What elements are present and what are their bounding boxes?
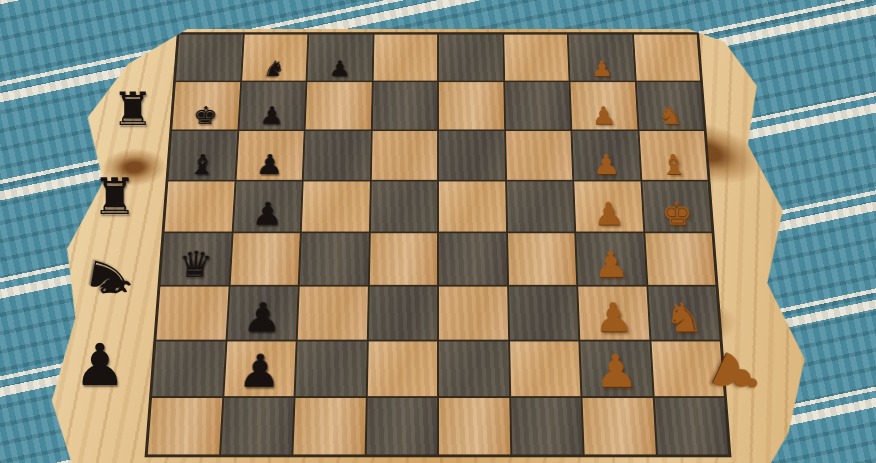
square-g7[interactable]: ♟	[239, 82, 306, 129]
square-g2[interactable]: ♟	[570, 82, 637, 129]
square-f6[interactable]	[304, 131, 371, 180]
white-pawn-g2[interactable]: ♟	[591, 104, 617, 128]
square-b4[interactable]	[439, 341, 509, 396]
square-h5[interactable]	[373, 35, 437, 81]
white-pawn-e2[interactable]: ♟	[592, 198, 625, 230]
square-e5[interactable]	[370, 181, 437, 231]
captured-black-rook[interactable]: ♜	[112, 86, 153, 132]
white-pawn-d2[interactable]: ♟	[593, 247, 630, 283]
square-c8[interactable]	[156, 287, 228, 340]
square-c5[interactable]	[368, 287, 437, 340]
square-a5[interactable]	[366, 398, 437, 454]
square-d2[interactable]: ♟	[576, 233, 646, 285]
square-b5[interactable]	[367, 341, 437, 396]
square-g1[interactable]: ♞	[636, 82, 704, 129]
square-h1[interactable]	[634, 35, 701, 81]
square-h7[interactable]: ♞	[242, 35, 308, 81]
square-d5[interactable]	[369, 233, 437, 285]
square-g5[interactable]	[372, 82, 437, 129]
square-c6[interactable]	[298, 287, 368, 340]
square-e7[interactable]: ♟	[233, 181, 302, 231]
square-b2[interactable]: ♟	[580, 341, 652, 396]
square-c1[interactable]: ♞	[648, 287, 720, 340]
square-a7[interactable]	[221, 398, 294, 454]
photo-scene: ♞♟♟♚♟♟♞♝♟♟♝♟♟♚♛♟♟♟♞♟♟ ♜♜♞♟♟	[0, 0, 876, 463]
black-bishop-f8[interactable]: ♝	[188, 151, 217, 178]
square-f5[interactable]	[371, 131, 437, 180]
black-knight-h7[interactable]: ♞	[263, 58, 286, 79]
square-f2[interactable]: ♟	[572, 131, 640, 180]
square-g8[interactable]: ♚	[172, 82, 240, 129]
square-e6[interactable]	[302, 181, 370, 231]
square-d6[interactable]	[300, 233, 369, 285]
square-f1[interactable]: ♝	[639, 131, 708, 180]
black-pawn-g7[interactable]: ♟	[259, 104, 285, 128]
square-g4[interactable]	[439, 82, 504, 129]
white-pawn-b2[interactable]: ♟	[594, 349, 639, 394]
square-b8[interactable]	[152, 341, 225, 396]
square-e1[interactable]: ♚	[642, 181, 712, 231]
square-e2[interactable]: ♟	[574, 181, 643, 231]
square-h8[interactable]	[176, 35, 243, 81]
board-wood-border: ♞♟♟♚♟♟♞♝♟♟♝♟♟♚♛♟♟♟♞♟♟	[40, 29, 837, 463]
square-b6[interactable]	[296, 341, 367, 396]
square-c3[interactable]	[509, 287, 579, 340]
white-knight-c1[interactable]: ♞	[663, 297, 705, 338]
square-a3[interactable]	[511, 398, 583, 454]
black-pawn-b7[interactable]: ♟	[237, 349, 282, 394]
black-pawn-c7[interactable]: ♟	[242, 297, 283, 338]
square-a1[interactable]	[654, 398, 728, 454]
square-f8[interactable]: ♝	[168, 131, 237, 180]
square-f3[interactable]	[506, 131, 573, 180]
square-d8[interactable]: ♛	[161, 233, 232, 285]
square-b7[interactable]: ♟	[224, 341, 296, 396]
square-a2[interactable]	[582, 398, 655, 454]
square-g3[interactable]	[505, 82, 571, 129]
white-king-e1[interactable]: ♚	[660, 198, 693, 230]
captured-black-pawn[interactable]: ♟	[74, 336, 126, 394]
square-d3[interactable]	[508, 233, 577, 285]
captured-black-rook[interactable]: ♜	[92, 172, 137, 222]
square-e8[interactable]	[165, 181, 235, 231]
white-bishop-f1[interactable]: ♝	[659, 151, 688, 178]
black-pawn-f7[interactable]: ♟	[255, 151, 284, 178]
square-d7[interactable]	[230, 233, 300, 285]
board-grid: ♞♟♟♚♟♟♞♝♟♟♝♟♟♚♛♟♟♟♞♟♟	[145, 32, 732, 457]
square-f7[interactable]: ♟	[236, 131, 304, 180]
square-h3[interactable]	[504, 35, 569, 81]
square-d4[interactable]	[439, 233, 507, 285]
square-a4[interactable]	[439, 398, 510, 454]
square-f4[interactable]	[439, 131, 505, 180]
square-e3[interactable]	[507, 181, 575, 231]
square-h2[interactable]: ♟	[569, 35, 635, 81]
chess-board: ♞♟♟♚♟♟♞♝♟♟♝♟♟♚♛♟♟♟♞♟♟	[40, 29, 837, 463]
square-c7[interactable]: ♟	[227, 287, 298, 340]
white-knight-g1[interactable]: ♞	[657, 104, 683, 128]
square-d1[interactable]	[645, 233, 716, 285]
square-a6[interactable]	[293, 398, 365, 454]
black-queen-d8[interactable]: ♛	[177, 247, 214, 283]
white-pawn-c2[interactable]: ♟	[593, 297, 634, 338]
square-c4[interactable]	[439, 287, 508, 340]
square-c2[interactable]: ♟	[578, 287, 649, 340]
square-a8[interactable]	[148, 398, 222, 454]
black-pawn-e7[interactable]: ♟	[251, 198, 284, 230]
captured-black-knight[interactable]: ♞	[79, 250, 141, 307]
square-b3[interactable]	[510, 341, 581, 396]
square-h6[interactable]: ♟	[307, 35, 372, 81]
white-pawn-f2[interactable]: ♟	[592, 151, 621, 178]
black-pawn-h6[interactable]: ♟	[328, 58, 350, 79]
white-pawn-h2[interactable]: ♟	[590, 58, 613, 79]
square-g6[interactable]	[306, 82, 372, 129]
black-king-g8[interactable]: ♚	[192, 104, 218, 128]
square-h4[interactable]	[439, 35, 503, 81]
square-e4[interactable]	[439, 181, 506, 231]
